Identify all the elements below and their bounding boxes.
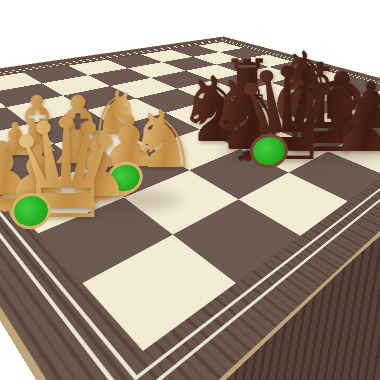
black-queen: ♛ xyxy=(223,51,351,179)
chess-set-photo: ♟♝♝♛♞♟♟♞♟♟♟♜♞♞♞♛♚♝♟♟♟♟♟ xyxy=(0,0,380,380)
